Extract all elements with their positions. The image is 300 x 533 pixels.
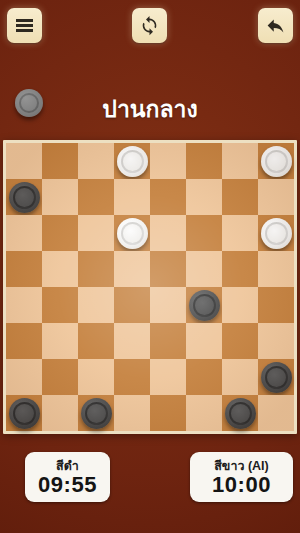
board-cell-r2c7[interactable]	[258, 215, 294, 251]
board-cell-r5c2[interactable]	[78, 323, 114, 359]
checker-white[interactable]	[117, 146, 148, 177]
board-cell-r4c7[interactable]	[258, 287, 294, 323]
board-cell-r6c2[interactable]	[78, 359, 114, 395]
board-cell-r2c3[interactable]	[114, 215, 150, 251]
board-cell-r7c6[interactable]	[222, 395, 258, 431]
board-cell-r5c6[interactable]	[222, 323, 258, 359]
board-cell-r4c4[interactable]	[150, 287, 186, 323]
board-cell-r6c7[interactable]	[258, 359, 294, 395]
board-cell-r1c4[interactable]	[150, 179, 186, 215]
checkers-board	[3, 140, 297, 434]
board-cell-r7c5[interactable]	[186, 395, 222, 431]
board-cell-r5c7[interactable]	[258, 323, 294, 359]
board-cell-r0c3[interactable]	[114, 143, 150, 179]
board-cell-r3c0[interactable]	[6, 251, 42, 287]
board-cell-r6c4[interactable]	[150, 359, 186, 395]
board-cell-r7c3[interactable]	[114, 395, 150, 431]
black-clock: สีดำ 09:55	[25, 452, 110, 502]
board-cell-r2c1[interactable]	[42, 215, 78, 251]
board-cell-r3c2[interactable]	[78, 251, 114, 287]
board-cell-r0c1[interactable]	[42, 143, 78, 179]
board-cell-r3c5[interactable]	[186, 251, 222, 287]
board-cell-r5c3[interactable]	[114, 323, 150, 359]
board-cell-r1c0[interactable]	[6, 179, 42, 215]
board-cell-r0c0[interactable]	[6, 143, 42, 179]
board-cell-r4c5[interactable]	[186, 287, 222, 323]
board-cell-r7c7[interactable]	[258, 395, 294, 431]
difficulty-title: ปานกลาง	[0, 91, 300, 127]
hamburger-icon	[16, 19, 33, 32]
white-ai-clock-label: สีขาว (AI)	[214, 459, 269, 473]
board-cell-r0c5[interactable]	[186, 143, 222, 179]
board-cell-r3c3[interactable]	[114, 251, 150, 287]
white-ai-clock: สีขาว (AI) 10:00	[190, 452, 293, 502]
board-cell-r6c6[interactable]	[222, 359, 258, 395]
board-cell-r7c4[interactable]	[150, 395, 186, 431]
board-cell-r2c6[interactable]	[222, 215, 258, 251]
board-cell-r4c2[interactable]	[78, 287, 114, 323]
checker-black[interactable]	[189, 290, 220, 321]
board-cell-r7c0[interactable]	[6, 395, 42, 431]
checker-black[interactable]	[81, 398, 112, 429]
board-cell-r1c6[interactable]	[222, 179, 258, 215]
board-cell-r3c1[interactable]	[42, 251, 78, 287]
board-cell-r5c5[interactable]	[186, 323, 222, 359]
board-cell-r2c2[interactable]	[78, 215, 114, 251]
board-cell-r4c6[interactable]	[222, 287, 258, 323]
board-cell-r0c4[interactable]	[150, 143, 186, 179]
board-cell-r2c5[interactable]	[186, 215, 222, 251]
black-clock-label: สีดำ	[56, 459, 79, 473]
board-cell-r1c5[interactable]	[186, 179, 222, 215]
checker-black[interactable]	[261, 362, 292, 393]
refresh-icon	[139, 15, 160, 36]
board-cell-r3c6[interactable]	[222, 251, 258, 287]
board-cell-r6c0[interactable]	[6, 359, 42, 395]
board-cell-r6c1[interactable]	[42, 359, 78, 395]
white-ai-clock-time: 10:00	[212, 473, 271, 497]
board-cell-r5c1[interactable]	[42, 323, 78, 359]
board-cell-r7c2[interactable]	[78, 395, 114, 431]
board-cell-r1c7[interactable]	[258, 179, 294, 215]
board-cell-r4c3[interactable]	[114, 287, 150, 323]
board-cell-r0c6[interactable]	[222, 143, 258, 179]
board-cell-r6c5[interactable]	[186, 359, 222, 395]
board-cell-r1c1[interactable]	[42, 179, 78, 215]
checker-black[interactable]	[9, 182, 40, 213]
undo-arrow-icon	[265, 15, 286, 36]
checker-white[interactable]	[261, 146, 292, 177]
board-cell-r6c3[interactable]	[114, 359, 150, 395]
board-cell-r3c7[interactable]	[258, 251, 294, 287]
checker-white[interactable]	[261, 218, 292, 249]
black-clock-time: 09:55	[38, 473, 97, 497]
board-cell-r5c4[interactable]	[150, 323, 186, 359]
board-cell-r3c4[interactable]	[150, 251, 186, 287]
board-cell-r2c4[interactable]	[150, 215, 186, 251]
checker-black[interactable]	[9, 398, 40, 429]
menu-button[interactable]	[7, 8, 42, 43]
board-cell-r0c7[interactable]	[258, 143, 294, 179]
board-cell-r4c1[interactable]	[42, 287, 78, 323]
board-cell-r5c0[interactable]	[6, 323, 42, 359]
board-cell-r1c2[interactable]	[78, 179, 114, 215]
undo-button[interactable]	[258, 8, 293, 43]
board-cell-r1c3[interactable]	[114, 179, 150, 215]
checker-black[interactable]	[225, 398, 256, 429]
board-grid	[6, 143, 294, 431]
app-screen: ปานกลาง สีดำ 09:55 สีขาว (AI) 10:00	[0, 0, 300, 533]
board-cell-r0c2[interactable]	[78, 143, 114, 179]
board-cell-r4c0[interactable]	[6, 287, 42, 323]
board-cell-r7c1[interactable]	[42, 395, 78, 431]
restart-button[interactable]	[132, 8, 167, 43]
checker-white[interactable]	[117, 218, 148, 249]
board-cell-r2c0[interactable]	[6, 215, 42, 251]
